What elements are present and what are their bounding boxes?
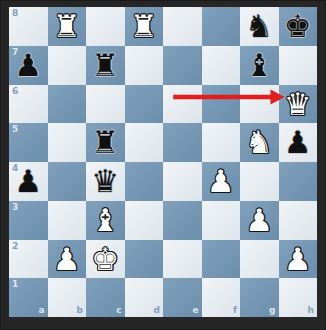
piece-black-king[interactable]: ♚ bbox=[284, 7, 312, 46]
square-f4[interactable]: ♟ bbox=[202, 162, 241, 201]
piece-black-bishop[interactable]: ♝ bbox=[245, 46, 273, 85]
square-d5[interactable] bbox=[125, 123, 164, 162]
square-a5[interactable]: 5 bbox=[9, 123, 48, 162]
piece-black-knight[interactable]: ♞ bbox=[245, 7, 273, 46]
square-c2[interactable]: ♚ bbox=[86, 240, 125, 279]
file-label-e: e bbox=[192, 306, 198, 315]
square-g7[interactable]: ♝ bbox=[240, 46, 279, 85]
piece-white-king[interactable]: ♚ bbox=[91, 240, 119, 279]
square-c3[interactable]: ♝ bbox=[86, 201, 125, 240]
square-a3[interactable]: 3 bbox=[9, 201, 48, 240]
piece-black-pawn[interactable]: ♟ bbox=[14, 162, 42, 201]
rank-label-3: 3 bbox=[12, 203, 18, 212]
square-e3[interactable] bbox=[163, 201, 202, 240]
square-a4[interactable]: 4♟ bbox=[9, 162, 48, 201]
piece-white-queen[interactable]: ♛ bbox=[284, 85, 312, 124]
file-label-c: c bbox=[116, 306, 121, 315]
square-d1[interactable]: d bbox=[125, 278, 164, 317]
square-d6[interactable] bbox=[125, 85, 164, 124]
square-g4[interactable] bbox=[240, 162, 279, 201]
square-b3[interactable] bbox=[48, 201, 87, 240]
square-a1[interactable]: 1a bbox=[9, 278, 48, 317]
file-label-g: g bbox=[269, 306, 275, 315]
square-c1[interactable]: c bbox=[86, 278, 125, 317]
square-f8[interactable] bbox=[202, 7, 241, 46]
piece-black-queen[interactable]: ♛ bbox=[91, 162, 119, 201]
square-b1[interactable]: b bbox=[48, 278, 87, 317]
square-c7[interactable]: ♜ bbox=[86, 46, 125, 85]
square-g5[interactable]: ♞ bbox=[240, 123, 279, 162]
piece-white-pawn[interactable]: ♟ bbox=[284, 240, 312, 279]
square-h7[interactable] bbox=[279, 46, 318, 85]
piece-white-pawn[interactable]: ♟ bbox=[207, 162, 235, 201]
rank-label-5: 5 bbox=[12, 125, 18, 134]
square-g8[interactable]: ♞ bbox=[240, 7, 279, 46]
square-e5[interactable] bbox=[163, 123, 202, 162]
rank-label-8: 8 bbox=[12, 9, 18, 18]
square-c5[interactable]: ♜ bbox=[86, 123, 125, 162]
file-label-f: f bbox=[233, 306, 237, 315]
board-frame: 8♜♜♞♚7♟♜♝6♛5♜♞♟4♟♛♟3♝♟2♟♚♟1abcdefgh bbox=[0, 0, 326, 330]
square-h8[interactable]: ♚ bbox=[279, 7, 318, 46]
square-h2[interactable]: ♟ bbox=[279, 240, 318, 279]
square-e6[interactable] bbox=[163, 85, 202, 124]
piece-white-pawn[interactable]: ♟ bbox=[245, 201, 273, 240]
square-d3[interactable] bbox=[125, 201, 164, 240]
square-c6[interactable] bbox=[86, 85, 125, 124]
square-f3[interactable] bbox=[202, 201, 241, 240]
piece-white-knight[interactable]: ♞ bbox=[245, 123, 273, 162]
file-label-b: b bbox=[77, 306, 83, 315]
square-f5[interactable] bbox=[202, 123, 241, 162]
square-g2[interactable] bbox=[240, 240, 279, 279]
square-b8[interactable]: ♜ bbox=[48, 7, 87, 46]
rank-label-6: 6 bbox=[12, 87, 18, 96]
square-h6[interactable]: ♛ bbox=[279, 85, 318, 124]
square-d2[interactable] bbox=[125, 240, 164, 279]
square-b7[interactable] bbox=[48, 46, 87, 85]
square-f2[interactable] bbox=[202, 240, 241, 279]
square-h3[interactable] bbox=[279, 201, 318, 240]
square-e1[interactable]: e bbox=[163, 278, 202, 317]
file-label-h: h bbox=[308, 306, 314, 315]
square-g6[interactable] bbox=[240, 85, 279, 124]
piece-white-bishop[interactable]: ♝ bbox=[91, 201, 119, 240]
square-b5[interactable] bbox=[48, 123, 87, 162]
piece-black-pawn[interactable]: ♟ bbox=[284, 123, 312, 162]
chess-board: 8♜♜♞♚7♟♜♝6♛5♜♞♟4♟♛♟3♝♟2♟♚♟1abcdefgh bbox=[9, 7, 317, 317]
square-g3[interactable]: ♟ bbox=[240, 201, 279, 240]
square-b6[interactable] bbox=[48, 85, 87, 124]
piece-black-rook[interactable]: ♜ bbox=[91, 123, 119, 162]
piece-white-pawn[interactable]: ♟ bbox=[53, 240, 81, 279]
square-h4[interactable] bbox=[279, 162, 318, 201]
square-f7[interactable] bbox=[202, 46, 241, 85]
square-a8[interactable]: 8 bbox=[9, 7, 48, 46]
square-c4[interactable]: ♛ bbox=[86, 162, 125, 201]
rank-label-1: 1 bbox=[12, 280, 18, 289]
square-c8[interactable] bbox=[86, 7, 125, 46]
square-a6[interactable]: 6 bbox=[9, 85, 48, 124]
square-a7[interactable]: 7♟ bbox=[9, 46, 48, 85]
piece-white-rook[interactable]: ♜ bbox=[130, 7, 158, 46]
square-a2[interactable]: 2 bbox=[9, 240, 48, 279]
square-b4[interactable] bbox=[48, 162, 87, 201]
square-b2[interactable]: ♟ bbox=[48, 240, 87, 279]
square-d7[interactable] bbox=[125, 46, 164, 85]
piece-white-rook[interactable]: ♜ bbox=[53, 7, 81, 46]
piece-black-pawn[interactable]: ♟ bbox=[14, 46, 42, 85]
rank-label-2: 2 bbox=[12, 242, 18, 251]
square-e2[interactable] bbox=[163, 240, 202, 279]
square-f1[interactable]: f bbox=[202, 278, 241, 317]
square-d8[interactable]: ♜ bbox=[125, 7, 164, 46]
square-h5[interactable]: ♟ bbox=[279, 123, 318, 162]
file-label-d: d bbox=[154, 306, 160, 315]
square-g1[interactable]: g bbox=[240, 278, 279, 317]
square-h1[interactable]: h bbox=[279, 278, 318, 317]
square-e4[interactable] bbox=[163, 162, 202, 201]
file-label-a: a bbox=[38, 306, 44, 315]
square-f6[interactable] bbox=[202, 85, 241, 124]
square-e8[interactable] bbox=[163, 7, 202, 46]
square-d4[interactable] bbox=[125, 162, 164, 201]
square-e7[interactable] bbox=[163, 46, 202, 85]
piece-black-rook[interactable]: ♜ bbox=[91, 46, 119, 85]
